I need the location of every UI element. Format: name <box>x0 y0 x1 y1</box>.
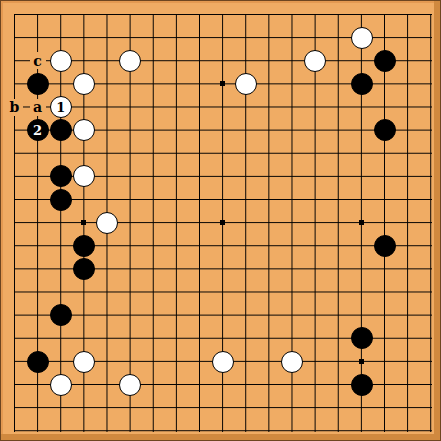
white-stone <box>50 374 72 396</box>
point-label-a: a <box>30 99 46 116</box>
black-stone <box>50 119 72 141</box>
white-stone <box>212 351 234 373</box>
white-stone <box>119 374 141 396</box>
white-stone <box>281 351 303 373</box>
point-label-b: b <box>7 99 23 116</box>
star-point <box>81 220 86 225</box>
white-stone <box>50 50 72 72</box>
black-stone <box>50 189 72 211</box>
black-stone <box>73 235 95 257</box>
point-label-c: c <box>30 52 46 69</box>
white-stone <box>73 73 95 95</box>
black-stone <box>374 119 396 141</box>
star-point <box>220 220 225 225</box>
star-point <box>359 220 364 225</box>
black-stone-move-2: 2 <box>27 119 49 141</box>
black-stone <box>27 73 49 95</box>
white-stone <box>73 119 95 141</box>
white-stone <box>96 212 118 234</box>
white-stone <box>351 27 373 49</box>
white-stone <box>73 351 95 373</box>
white-stone-move-1: 1 <box>50 96 72 118</box>
black-stone <box>351 327 373 349</box>
star-point <box>359 359 364 364</box>
go-board: 12abc <box>0 0 441 441</box>
move-number-label: 2 <box>33 124 42 137</box>
black-stone <box>73 258 95 280</box>
black-stone <box>50 304 72 326</box>
black-stone <box>374 50 396 72</box>
white-stone <box>119 50 141 72</box>
white-stone <box>304 50 326 72</box>
white-stone <box>235 73 257 95</box>
move-number-label: 1 <box>56 101 65 114</box>
star-point <box>220 81 225 86</box>
black-stone <box>351 73 373 95</box>
black-stone <box>351 374 373 396</box>
black-stone <box>27 351 49 373</box>
black-stone <box>374 235 396 257</box>
